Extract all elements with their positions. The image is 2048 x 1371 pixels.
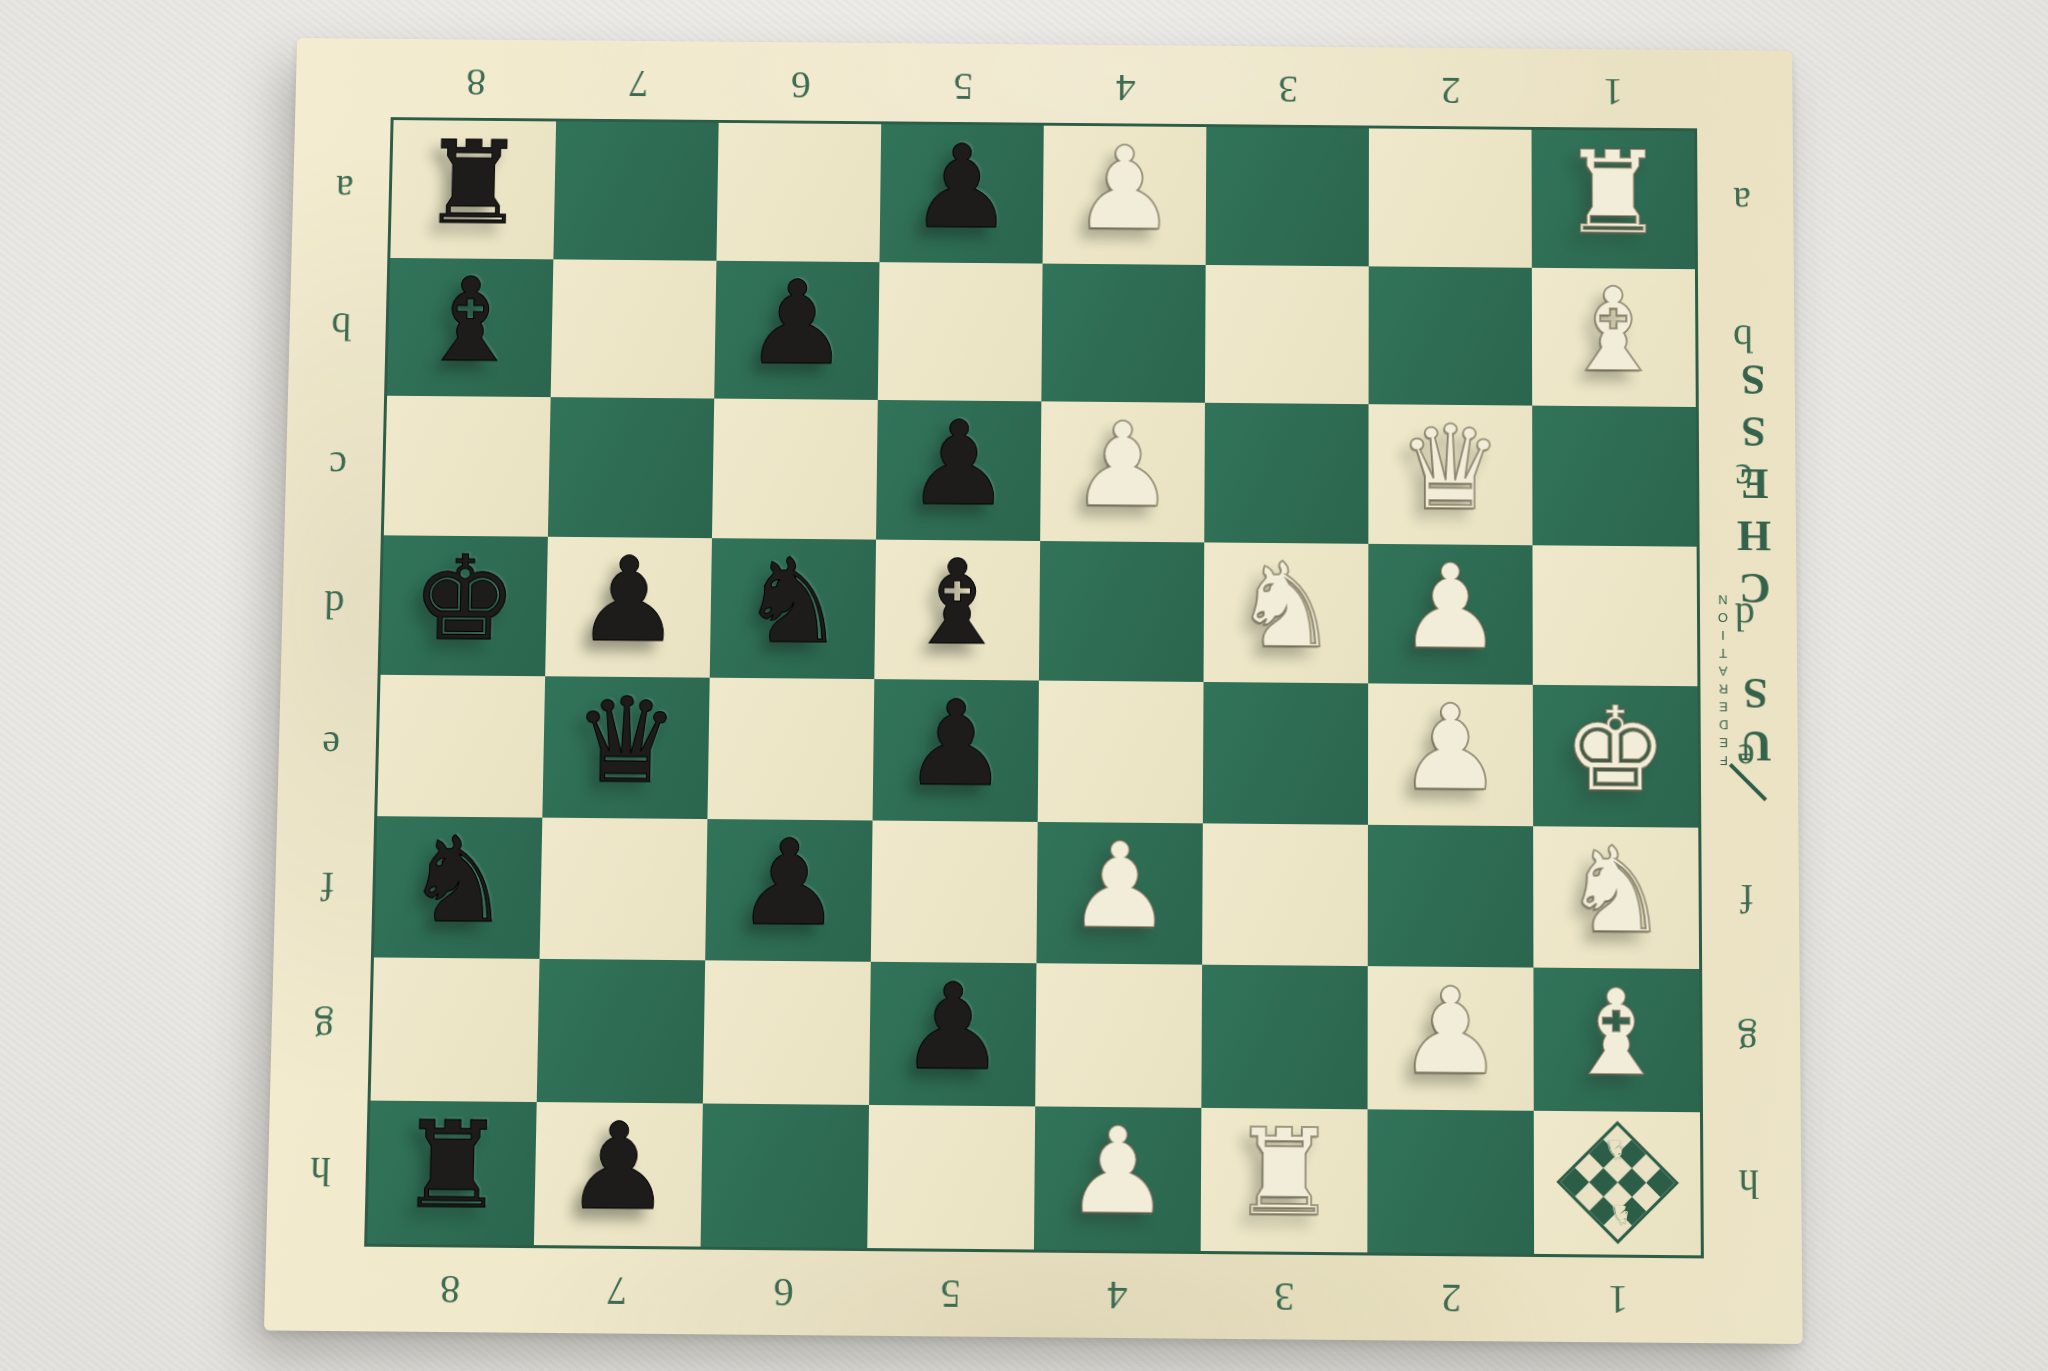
file-left-label-f: f bbox=[320, 866, 334, 906]
rank-top-label-1: 1 bbox=[1603, 72, 1623, 111]
square-g4[interactable] bbox=[1035, 963, 1202, 1107]
square-b8[interactable]: ♝ bbox=[387, 257, 553, 397]
square-f8[interactable]: ♞ bbox=[374, 816, 542, 959]
square-h6[interactable] bbox=[701, 1103, 869, 1248]
black-bishop-d5[interactable]: ♝ bbox=[874, 532, 1040, 673]
square-d3[interactable]: ♞ bbox=[1204, 542, 1369, 683]
square-e3[interactable] bbox=[1203, 682, 1368, 824]
black-knight-d6[interactable]: ♞ bbox=[710, 531, 876, 672]
white-king-e1[interactable]: ♚ bbox=[1533, 678, 1698, 820]
white-queen-c2[interactable]: ♛ bbox=[1368, 397, 1532, 538]
square-a1[interactable]: ♜ bbox=[1532, 130, 1695, 269]
rank-bottom-label-5: 5 bbox=[940, 1273, 961, 1314]
rank-bottom-label-3: 3 bbox=[1274, 1276, 1294, 1317]
brand-title: US CHESS bbox=[1732, 351, 1779, 770]
square-a8[interactable]: ♜ bbox=[390, 120, 556, 259]
square-h5[interactable] bbox=[867, 1104, 1035, 1249]
chess-board: ♜♟♟♜♝♟♝♟♟♛♚♟♞♝♞♟♛♟♟♚♞♟♟♞♟♟♝♜♟♟♜♞♞ bbox=[367, 120, 1701, 1255]
file-left-label-b: b bbox=[331, 306, 352, 345]
knight-icon: ♞ bbox=[1608, 1202, 1632, 1229]
square-d8[interactable]: ♚ bbox=[381, 535, 548, 676]
black-pawn-e5[interactable]: ♟ bbox=[873, 672, 1039, 814]
square-d6[interactable]: ♞ bbox=[710, 538, 876, 679]
square-b4[interactable] bbox=[1041, 263, 1205, 403]
square-f4[interactable]: ♟ bbox=[1036, 821, 1202, 964]
black-pawn-h7[interactable]: ♟ bbox=[534, 1094, 703, 1239]
square-a6[interactable] bbox=[716, 123, 881, 262]
white-bishop-b1[interactable]: ♝ bbox=[1532, 260, 1696, 400]
file-left-label-d: d bbox=[324, 584, 345, 624]
white-pawn-c4[interactable]: ♟ bbox=[1040, 395, 1205, 536]
file-left-label-c: c bbox=[329, 445, 348, 484]
square-e4[interactable] bbox=[1038, 681, 1204, 823]
black-pawn-c5[interactable]: ♟ bbox=[876, 393, 1041, 534]
square-d2[interactable]: ♟ bbox=[1368, 543, 1533, 684]
square-c8[interactable] bbox=[384, 396, 551, 537]
file-right-label-g: g bbox=[1738, 1020, 1758, 1061]
rank-bottom-label-7: 7 bbox=[606, 1270, 627, 1311]
square-a5[interactable]: ♟ bbox=[879, 124, 1043, 263]
file-right-label-h: h bbox=[1739, 1163, 1759, 1204]
white-knight-d3[interactable]: ♞ bbox=[1204, 535, 1369, 676]
square-g7[interactable] bbox=[537, 959, 705, 1103]
white-bishop-g1[interactable]: ♝ bbox=[1533, 961, 1700, 1105]
black-pawn-f6[interactable]: ♟ bbox=[705, 812, 872, 955]
square-h1[interactable]: ♞♞ bbox=[1534, 1110, 1701, 1255]
rank-bottom-label-6: 6 bbox=[773, 1272, 794, 1313]
photo-scene: { "game": "chess", "chess": { "position"… bbox=[0, 0, 2048, 1371]
white-pawn-h4[interactable]: ♟ bbox=[1034, 1099, 1201, 1244]
square-f3[interactable] bbox=[1202, 823, 1368, 966]
square-b3[interactable] bbox=[1205, 264, 1369, 404]
square-e8[interactable] bbox=[377, 675, 545, 817]
square-b1[interactable]: ♝ bbox=[1532, 267, 1696, 407]
square-c5[interactable]: ♟ bbox=[876, 400, 1041, 541]
rank-top-label-7: 7 bbox=[628, 64, 648, 103]
square-d4[interactable] bbox=[1039, 541, 1204, 682]
black-rook-h8[interactable]: ♜ bbox=[367, 1093, 536, 1238]
square-e6[interactable] bbox=[707, 678, 874, 820]
black-king-d8[interactable]: ♚ bbox=[381, 528, 548, 669]
us-chess-federation-logo: ♞ US CHESS FEDERATION bbox=[1698, 463, 1796, 791]
square-a3[interactable] bbox=[1206, 127, 1369, 266]
square-f6[interactable]: ♟ bbox=[705, 819, 872, 962]
square-c3[interactable] bbox=[1204, 403, 1368, 544]
rank-bottom-label-1: 1 bbox=[1607, 1279, 1627, 1320]
square-h3[interactable]: ♜ bbox=[1201, 1107, 1368, 1252]
white-knight-f1[interactable]: ♞ bbox=[1533, 819, 1699, 962]
white-pawn-a4[interactable]: ♟ bbox=[1043, 119, 1207, 258]
square-c6[interactable] bbox=[712, 399, 878, 540]
square-g2[interactable]: ♟ bbox=[1368, 966, 1534, 1110]
square-e7[interactable]: ♛ bbox=[542, 676, 709, 818]
square-f5[interactable] bbox=[871, 820, 1038, 963]
coordinate-labels: 8877665544332211aabbccddeeffgghh bbox=[297, 38, 1792, 51]
black-pawn-a5[interactable]: ♟ bbox=[880, 117, 1044, 256]
square-d1[interactable] bbox=[1532, 545, 1697, 686]
square-f1[interactable]: ♞ bbox=[1533, 826, 1699, 969]
square-b7[interactable] bbox=[551, 259, 717, 399]
rank-top-label-6: 6 bbox=[790, 65, 810, 104]
white-rook-a1[interactable]: ♜ bbox=[1532, 123, 1695, 262]
file-right-label-f: f bbox=[1740, 878, 1754, 918]
rank-top-label-2: 2 bbox=[1440, 71, 1460, 110]
white-pawn-e2[interactable]: ♟ bbox=[1368, 676, 1533, 818]
vinyl-chess-mat: ♜♟♟♜♝♟♝♟♟♛♚♟♞♝♞♟♛♟♟♚♞♟♟♞♟♟♝♜♟♟♜♞♞ 887766… bbox=[264, 38, 1803, 1344]
square-g6[interactable] bbox=[703, 960, 871, 1104]
rank-bottom-label-4: 4 bbox=[1107, 1275, 1128, 1316]
square-e2[interactable]: ♟ bbox=[1368, 683, 1533, 825]
black-bishop-b8[interactable]: ♝ bbox=[387, 251, 553, 391]
file-right-label-a: a bbox=[1733, 181, 1751, 220]
square-c1[interactable] bbox=[1532, 406, 1696, 547]
square-h2[interactable] bbox=[1367, 1109, 1534, 1254]
brand-subtitle: FEDERATION bbox=[1716, 589, 1730, 768]
black-pawn-d7[interactable]: ♟ bbox=[545, 529, 712, 670]
rank-top-label-8: 8 bbox=[465, 63, 486, 102]
square-d7[interactable]: ♟ bbox=[545, 536, 712, 677]
square-f7[interactable] bbox=[540, 817, 708, 960]
white-pawn-g2[interactable]: ♟ bbox=[1368, 959, 1534, 1103]
square-h7[interactable]: ♟ bbox=[534, 1102, 703, 1247]
square-e5[interactable]: ♟ bbox=[873, 679, 1039, 821]
knight-icon: ♞ bbox=[1603, 1137, 1627, 1164]
rank-bottom-label-8: 8 bbox=[439, 1269, 460, 1310]
square-b2[interactable] bbox=[1369, 266, 1533, 406]
file-left-label-e: e bbox=[322, 725, 341, 765]
rank-top-label-5: 5 bbox=[953, 67, 973, 106]
square-h8[interactable]: ♜ bbox=[367, 1100, 536, 1245]
square-d5[interactable]: ♝ bbox=[874, 539, 1040, 680]
square-c7[interactable] bbox=[548, 397, 714, 538]
square-g8[interactable] bbox=[371, 957, 540, 1101]
us-chess-corner-logo: ♞♞ bbox=[1534, 1110, 1701, 1255]
black-queen-e7[interactable]: ♛ bbox=[542, 669, 709, 811]
square-c4[interactable]: ♟ bbox=[1040, 401, 1205, 542]
square-a4[interactable]: ♟ bbox=[1043, 126, 1207, 265]
rank-top-label-4: 4 bbox=[1115, 68, 1135, 107]
file-left-label-h: h bbox=[310, 1151, 331, 1192]
square-g5[interactable]: ♟ bbox=[869, 962, 1036, 1106]
square-a7[interactable] bbox=[553, 121, 718, 260]
square-b5[interactable] bbox=[878, 262, 1043, 402]
square-g3[interactable] bbox=[1201, 965, 1367, 1109]
black-pawn-g5[interactable]: ♟ bbox=[869, 955, 1036, 1099]
white-pawn-d2[interactable]: ♟ bbox=[1368, 536, 1533, 677]
black-pawn-b6[interactable]: ♟ bbox=[714, 253, 879, 393]
white-pawn-f4[interactable]: ♟ bbox=[1037, 814, 1203, 957]
square-e1[interactable]: ♚ bbox=[1533, 685, 1698, 827]
square-f2[interactable] bbox=[1368, 824, 1534, 967]
file-left-label-g: g bbox=[313, 1008, 334, 1048]
rank-bottom-label-2: 2 bbox=[1441, 1278, 1461, 1319]
us-chess-knight-icon: ♞ bbox=[1732, 766, 1765, 799]
file-left-label-a: a bbox=[335, 169, 353, 208]
square-h4[interactable]: ♟ bbox=[1034, 1106, 1201, 1251]
black-knight-f8[interactable]: ♞ bbox=[374, 809, 542, 952]
black-rook-a8[interactable]: ♜ bbox=[391, 113, 557, 252]
square-b6[interactable]: ♟ bbox=[714, 260, 879, 400]
checkered-diamond: ♞♞ bbox=[1560, 1125, 1674, 1240]
white-rook-h3[interactable]: ♜ bbox=[1201, 1100, 1368, 1245]
rank-top-label-3: 3 bbox=[1278, 70, 1298, 109]
square-c2[interactable]: ♛ bbox=[1368, 404, 1532, 545]
square-g1[interactable]: ♝ bbox=[1533, 968, 1700, 1112]
square-a2[interactable] bbox=[1369, 128, 1532, 267]
